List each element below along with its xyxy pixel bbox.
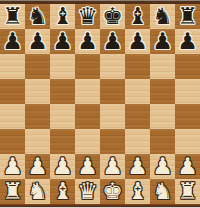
square-c3[interactable] bbox=[50, 129, 75, 154]
square-c6[interactable] bbox=[50, 54, 75, 79]
square-c1[interactable]: ♝ bbox=[50, 179, 75, 204]
black-bishop-f8[interactable]: ♝ bbox=[125, 4, 150, 29]
black-bishop-c8[interactable]: ♝ bbox=[50, 4, 75, 29]
square-g1[interactable]: ♞ bbox=[150, 179, 175, 204]
black-pawn-e7[interactable]: ♟ bbox=[100, 29, 125, 54]
square-h7[interactable]: ♟ bbox=[175, 29, 200, 54]
square-d3[interactable] bbox=[75, 129, 100, 154]
white-rook-a1[interactable]: ♜ bbox=[0, 179, 25, 204]
square-f4[interactable] bbox=[125, 104, 150, 129]
white-pawn-h2[interactable]: ♟ bbox=[175, 154, 200, 179]
black-pawn-g7[interactable]: ♟ bbox=[150, 29, 175, 54]
square-d4[interactable] bbox=[75, 104, 100, 129]
square-h5[interactable] bbox=[175, 79, 200, 104]
square-g5[interactable] bbox=[150, 79, 175, 104]
square-f7[interactable]: ♟ bbox=[125, 29, 150, 54]
square-a2[interactable]: ♟ bbox=[0, 154, 25, 179]
black-rook-a8[interactable]: ♜ bbox=[0, 4, 25, 29]
black-pawn-b7[interactable]: ♟ bbox=[25, 29, 50, 54]
white-pawn-e2[interactable]: ♟ bbox=[100, 154, 125, 179]
square-f8[interactable]: ♝ bbox=[125, 4, 150, 29]
square-e4[interactable] bbox=[100, 104, 125, 129]
square-b2[interactable]: ♟ bbox=[25, 154, 50, 179]
black-queen-d8[interactable]: ♛ bbox=[75, 4, 100, 29]
square-e1[interactable]: ♚ bbox=[100, 179, 125, 204]
square-g4[interactable] bbox=[150, 104, 175, 129]
square-c5[interactable] bbox=[50, 79, 75, 104]
square-c7[interactable]: ♟ bbox=[50, 29, 75, 54]
black-knight-b8[interactable]: ♞ bbox=[25, 4, 50, 29]
square-f6[interactable] bbox=[125, 54, 150, 79]
square-g8[interactable]: ♞ bbox=[150, 4, 175, 29]
square-f1[interactable]: ♝ bbox=[125, 179, 150, 204]
square-d5[interactable] bbox=[75, 79, 100, 104]
white-knight-b1[interactable]: ♞ bbox=[25, 179, 50, 204]
square-b6[interactable] bbox=[25, 54, 50, 79]
white-pawn-f2[interactable]: ♟ bbox=[125, 154, 150, 179]
black-pawn-a7[interactable]: ♟ bbox=[0, 29, 25, 54]
black-knight-g8[interactable]: ♞ bbox=[150, 4, 175, 29]
square-c4[interactable] bbox=[50, 104, 75, 129]
white-knight-g1[interactable]: ♞ bbox=[150, 179, 175, 204]
square-a4[interactable] bbox=[0, 104, 25, 129]
white-rook-h1[interactable]: ♜ bbox=[175, 179, 200, 204]
square-d1[interactable]: ♛ bbox=[75, 179, 100, 204]
square-e3[interactable] bbox=[100, 129, 125, 154]
square-g2[interactable]: ♟ bbox=[150, 154, 175, 179]
black-pawn-d7[interactable]: ♟ bbox=[75, 29, 100, 54]
bottom-edge-line bbox=[0, 207, 200, 208]
white-pawn-d2[interactable]: ♟ bbox=[75, 154, 100, 179]
square-b8[interactable]: ♞ bbox=[25, 4, 50, 29]
black-pawn-h7[interactable]: ♟ bbox=[175, 29, 200, 54]
square-f3[interactable] bbox=[125, 129, 150, 154]
black-pawn-c7[interactable]: ♟ bbox=[50, 29, 75, 54]
white-pawn-a2[interactable]: ♟ bbox=[0, 154, 25, 179]
chess-app-window: ♜♞♝♛♚♝♞♜♟♟♟♟♟♟♟♟♟♟♟♟♟♟♟♟♜♞♝♛♚♝♞♜ bbox=[0, 0, 200, 208]
square-g3[interactable] bbox=[150, 129, 175, 154]
square-h1[interactable]: ♜ bbox=[175, 179, 200, 204]
square-a7[interactable]: ♟ bbox=[0, 29, 25, 54]
square-e6[interactable] bbox=[100, 54, 125, 79]
square-e7[interactable]: ♟ bbox=[100, 29, 125, 54]
square-h4[interactable] bbox=[175, 104, 200, 129]
square-a3[interactable] bbox=[0, 129, 25, 154]
white-pawn-c2[interactable]: ♟ bbox=[50, 154, 75, 179]
white-bishop-f1[interactable]: ♝ bbox=[125, 179, 150, 204]
square-d2[interactable]: ♟ bbox=[75, 154, 100, 179]
black-king-e8[interactable]: ♚ bbox=[100, 4, 125, 29]
square-a6[interactable] bbox=[0, 54, 25, 79]
square-a1[interactable]: ♜ bbox=[0, 179, 25, 204]
square-g7[interactable]: ♟ bbox=[150, 29, 175, 54]
square-h3[interactable] bbox=[175, 129, 200, 154]
square-c8[interactable]: ♝ bbox=[50, 4, 75, 29]
white-bishop-c1[interactable]: ♝ bbox=[50, 179, 75, 204]
white-queen-d1[interactable]: ♛ bbox=[75, 179, 100, 204]
square-a8[interactable]: ♜ bbox=[0, 4, 25, 29]
black-rook-h8[interactable]: ♜ bbox=[175, 4, 200, 29]
white-pawn-b2[interactable]: ♟ bbox=[25, 154, 50, 179]
black-pawn-f7[interactable]: ♟ bbox=[125, 29, 150, 54]
white-king-e1[interactable]: ♚ bbox=[100, 179, 125, 204]
square-d6[interactable] bbox=[75, 54, 100, 79]
square-g6[interactable] bbox=[150, 54, 175, 79]
square-d7[interactable]: ♟ bbox=[75, 29, 100, 54]
square-b7[interactable]: ♟ bbox=[25, 29, 50, 54]
square-f2[interactable]: ♟ bbox=[125, 154, 150, 179]
square-e2[interactable]: ♟ bbox=[100, 154, 125, 179]
chess-board: ♜♞♝♛♚♝♞♜♟♟♟♟♟♟♟♟♟♟♟♟♟♟♟♟♜♞♝♛♚♝♞♜ bbox=[0, 4, 200, 204]
square-a5[interactable] bbox=[0, 79, 25, 104]
square-e8[interactable]: ♚ bbox=[100, 4, 125, 29]
square-b1[interactable]: ♞ bbox=[25, 179, 50, 204]
square-b3[interactable] bbox=[25, 129, 50, 154]
white-pawn-g2[interactable]: ♟ bbox=[150, 154, 175, 179]
square-h6[interactable] bbox=[175, 54, 200, 79]
square-h2[interactable]: ♟ bbox=[175, 154, 200, 179]
square-f5[interactable] bbox=[125, 79, 150, 104]
square-h8[interactable]: ♜ bbox=[175, 4, 200, 29]
square-d8[interactable]: ♛ bbox=[75, 4, 100, 29]
square-b5[interactable] bbox=[25, 79, 50, 104]
square-c2[interactable]: ♟ bbox=[50, 154, 75, 179]
square-e5[interactable] bbox=[100, 79, 125, 104]
square-b4[interactable] bbox=[25, 104, 50, 129]
